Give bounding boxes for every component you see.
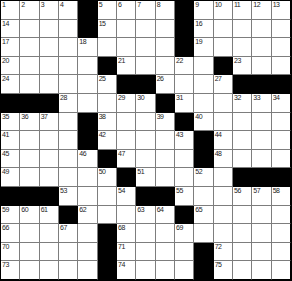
black-square-r2c5: [78, 20, 97, 39]
cell-r13c10[interactable]: 69: [175, 224, 194, 243]
cell-r6c12[interactable]: [214, 94, 233, 113]
cell-r9c2[interactable]: [20, 150, 39, 169]
clue-number-46: 46: [79, 150, 86, 158]
clue-number-52: 52: [195, 168, 202, 176]
cell-r6c15[interactable]: 34: [272, 94, 291, 113]
cell-r4c5[interactable]: [78, 57, 97, 76]
cell-r4c13[interactable]: 23: [233, 57, 252, 76]
cell-r2c11[interactable]: 16: [194, 20, 213, 39]
cell-r14c15[interactable]: [272, 243, 291, 262]
cell-r7c4[interactable]: [59, 113, 78, 132]
clue-number-3: 3: [41, 1, 44, 9]
cell-r10c6[interactable]: 50: [98, 168, 117, 187]
cell-r6c7[interactable]: 29: [117, 94, 136, 113]
cell-r8c2[interactable]: [20, 131, 39, 150]
cell-r2c1[interactable]: 14: [1, 20, 20, 39]
cell-r13c5[interactable]: [78, 224, 97, 243]
clue-number-19: 19: [195, 38, 202, 46]
clue-number-27: 27: [215, 75, 222, 83]
black-square-r5c8: [136, 75, 155, 94]
cell-r13c7[interactable]: 68: [117, 224, 136, 243]
cell-r13c2[interactable]: [20, 224, 39, 243]
cell-r3c3[interactable]: [40, 38, 59, 57]
cell-r15c9[interactable]: [156, 261, 175, 280]
cell-r5c6[interactable]: 25: [98, 75, 117, 94]
black-square-r3c10: [175, 38, 194, 57]
clue-number-1: 1: [2, 1, 5, 9]
cell-r15c8[interactable]: [136, 261, 155, 280]
cell-r8c10[interactable]: 43: [175, 131, 194, 150]
clue-number-33: 33: [253, 94, 260, 102]
cell-r14c7[interactable]: 71: [117, 243, 136, 262]
clue-number-30: 30: [137, 94, 144, 102]
clue-number-39: 39: [157, 113, 164, 121]
black-square-r6c9: [156, 94, 175, 113]
cell-r2c4[interactable]: [59, 20, 78, 39]
crossword-grid: 1234567891011121314151617181920212223242…: [0, 0, 292, 281]
black-square-r11c2: [20, 187, 39, 206]
clue-number-68: 68: [118, 224, 125, 232]
clue-number-51: 51: [137, 168, 144, 176]
cell-r6c4[interactable]: 28: [59, 94, 78, 113]
cell-r9c13[interactable]: [233, 150, 252, 169]
clue-number-41: 41: [2, 131, 9, 139]
cell-r11c7[interactable]: 54: [117, 187, 136, 206]
cell-r1c2[interactable]: 2: [20, 1, 39, 20]
cell-r10c12[interactable]: [214, 168, 233, 187]
cell-r4c10[interactable]: 22: [175, 57, 194, 76]
clue-number-67: 67: [60, 224, 67, 232]
cell-r15c3[interactable]: [40, 261, 59, 280]
cell-r13c11[interactable]: [194, 224, 213, 243]
cell-r4c4[interactable]: [59, 57, 78, 76]
cell-r14c12[interactable]: 72: [214, 243, 233, 262]
clue-number-34: 34: [273, 94, 280, 102]
cell-r14c14[interactable]: [252, 243, 271, 262]
clue-number-4: 4: [60, 1, 63, 9]
cell-r14c4[interactable]: [59, 243, 78, 262]
clue-number-74: 74: [118, 261, 125, 269]
clue-number-43: 43: [176, 131, 183, 139]
clue-number-72: 72: [215, 243, 222, 251]
cell-r13c9[interactable]: [156, 224, 175, 243]
black-square-r5c15: [272, 75, 291, 94]
clue-number-63: 63: [137, 206, 144, 214]
black-square-r12c10: [175, 206, 194, 225]
cell-r15c12[interactable]: 75: [214, 261, 233, 280]
cell-r10c8[interactable]: 51: [136, 168, 155, 187]
clue-number-7: 7: [137, 1, 140, 9]
cell-r15c4[interactable]: [59, 261, 78, 280]
cell-r15c10[interactable]: [175, 261, 194, 280]
black-square-r15c6: [98, 261, 117, 280]
cell-r7c14[interactable]: [252, 113, 271, 132]
cell-r10c5[interactable]: [78, 168, 97, 187]
cell-r11c11[interactable]: [194, 187, 213, 206]
cell-r3c1[interactable]: 17: [1, 38, 20, 57]
clue-number-57: 57: [253, 187, 260, 195]
cell-r5c1[interactable]: 24: [1, 75, 20, 94]
cell-r9c15[interactable]: [272, 150, 291, 169]
cell-r1c14[interactable]: 12: [252, 1, 271, 20]
cell-r6c14[interactable]: 33: [252, 94, 271, 113]
cell-r15c7[interactable]: 74: [117, 261, 136, 280]
cell-r9c4[interactable]: [59, 150, 78, 169]
black-square-r7c5: [78, 113, 97, 132]
clue-number-70: 70: [2, 243, 9, 251]
cell-r8c8[interactable]: [136, 131, 155, 150]
cell-r5c11[interactable]: [194, 75, 213, 94]
cell-r13c8[interactable]: [136, 224, 155, 243]
black-square-r9c6: [98, 150, 117, 169]
cell-r5c9[interactable]: 26: [156, 75, 175, 94]
clue-number-32: 32: [234, 94, 241, 102]
cell-r12c7[interactable]: [117, 206, 136, 225]
cell-r8c1[interactable]: 41: [1, 131, 20, 150]
cell-r2c6[interactable]: 15: [98, 20, 117, 39]
cell-r7c7[interactable]: [117, 113, 136, 132]
cell-r14c3[interactable]: [40, 243, 59, 262]
cell-r15c2[interactable]: [20, 261, 39, 280]
cell-r12c3[interactable]: 61: [40, 206, 59, 225]
black-square-r14c6: [98, 243, 117, 262]
cell-r7c9[interactable]: 39: [156, 113, 175, 132]
clue-number-14: 14: [2, 20, 9, 28]
cell-r5c4[interactable]: [59, 75, 78, 94]
cell-r3c6[interactable]: [98, 38, 117, 57]
cell-r13c4[interactable]: 67: [59, 224, 78, 243]
cell-r12c9[interactable]: 64: [156, 206, 175, 225]
clue-number-58: 58: [273, 187, 280, 195]
cell-r10c9[interactable]: [156, 168, 175, 187]
black-square-r11c1: [1, 187, 20, 206]
cell-r10c4[interactable]: [59, 168, 78, 187]
black-square-r11c9: [156, 187, 175, 206]
black-square-r14c11: [194, 243, 213, 262]
cell-r14c10[interactable]: [175, 243, 194, 262]
cell-r7c8[interactable]: [136, 113, 155, 132]
cell-r11c6[interactable]: [98, 187, 117, 206]
cell-r7c15[interactable]: [272, 113, 291, 132]
black-square-r10c14: [252, 168, 271, 187]
clue-number-36: 36: [21, 113, 28, 121]
cell-r10c10[interactable]: [175, 168, 194, 187]
clue-number-8: 8: [157, 1, 160, 9]
black-square-r8c5: [78, 131, 97, 150]
cell-r5c2[interactable]: [20, 75, 39, 94]
cell-r9c1[interactable]: 45: [1, 150, 20, 169]
cell-r15c14[interactable]: [252, 261, 271, 280]
cell-r13c3[interactable]: [40, 224, 59, 243]
cell-r6c11[interactable]: [194, 94, 213, 113]
clue-number-62: 62: [79, 206, 86, 214]
cell-r2c2[interactable]: [20, 20, 39, 39]
cell-r12c13[interactable]: [233, 206, 252, 225]
cell-r14c8[interactable]: [136, 243, 155, 262]
cell-r8c6[interactable]: 42: [98, 131, 117, 150]
cell-r4c9[interactable]: [156, 57, 175, 76]
cell-r1c4[interactable]: 4: [59, 1, 78, 20]
cell-r11c12[interactable]: [214, 187, 233, 206]
black-square-r1c5: [78, 1, 97, 20]
black-square-r11c8: [136, 187, 155, 206]
clue-number-29: 29: [118, 94, 125, 102]
clue-number-54: 54: [118, 187, 125, 195]
clue-number-18: 18: [79, 38, 86, 46]
cell-r9c7[interactable]: 47: [117, 150, 136, 169]
cell-r7c6[interactable]: 38: [98, 113, 117, 132]
clue-number-16: 16: [195, 20, 202, 28]
cell-r12c12[interactable]: [214, 206, 233, 225]
cell-r4c15[interactable]: [272, 57, 291, 76]
cell-r4c8[interactable]: [136, 57, 155, 76]
clue-number-71: 71: [118, 243, 125, 251]
clue-number-59: 59: [2, 206, 9, 214]
cell-r7c2[interactable]: 36: [20, 113, 39, 132]
black-square-r2c10: [175, 20, 194, 39]
cell-r14c2[interactable]: [20, 243, 39, 262]
cell-r7c11[interactable]: 40: [194, 113, 213, 132]
cell-r11c15[interactable]: 58: [272, 187, 291, 206]
cell-r12c2[interactable]: 60: [20, 206, 39, 225]
cell-r3c5[interactable]: 18: [78, 38, 97, 57]
cell-r2c15[interactable]: [272, 20, 291, 39]
cell-r5c10[interactable]: [175, 75, 194, 94]
cell-r3c14[interactable]: [252, 38, 271, 57]
cell-r3c2[interactable]: [20, 38, 39, 57]
clue-number-64: 64: [157, 206, 164, 214]
black-square-r8c11: [194, 131, 213, 150]
clue-number-26: 26: [157, 75, 164, 83]
cell-r3c12[interactable]: [214, 38, 233, 57]
cell-r11c10[interactable]: 55: [175, 187, 194, 206]
clue-number-31: 31: [176, 94, 183, 102]
cell-r7c13[interactable]: [233, 113, 252, 132]
cell-r4c3[interactable]: [40, 57, 59, 76]
clue-number-10: 10: [215, 1, 222, 9]
clue-number-45: 45: [2, 150, 9, 158]
clue-number-23: 23: [234, 57, 241, 65]
clue-number-61: 61: [41, 206, 48, 214]
clue-number-66: 66: [2, 224, 9, 232]
cell-r14c9[interactable]: [156, 243, 175, 262]
clue-number-53: 53: [60, 187, 67, 195]
black-square-r6c1: [1, 94, 20, 113]
cell-r9c5[interactable]: 46: [78, 150, 97, 169]
cell-r1c1[interactable]: 1: [1, 1, 20, 20]
cell-r2c14[interactable]: [252, 20, 271, 39]
cell-r2c7[interactable]: [117, 20, 136, 39]
clue-number-5: 5: [99, 1, 102, 9]
cell-r3c11[interactable]: 19: [194, 38, 213, 57]
cell-r3c15[interactable]: [272, 38, 291, 57]
clue-number-69: 69: [176, 224, 183, 232]
clue-number-20: 20: [2, 57, 9, 65]
clue-number-15: 15: [99, 20, 106, 28]
black-square-r6c3: [40, 94, 59, 113]
cell-r4c1[interactable]: 20: [1, 57, 20, 76]
black-square-r5c14: [252, 75, 271, 94]
clue-number-38: 38: [99, 113, 106, 121]
cell-r2c9[interactable]: [156, 20, 175, 39]
cell-r7c1[interactable]: 35: [1, 113, 20, 132]
clue-number-13: 13: [273, 1, 280, 9]
cell-r1c6[interactable]: 5: [98, 1, 117, 20]
cell-r13c15[interactable]: [272, 224, 291, 243]
clue-number-47: 47: [118, 150, 125, 158]
cell-r5c5[interactable]: [78, 75, 97, 94]
cell-r3c9[interactable]: [156, 38, 175, 57]
cell-r10c1[interactable]: 49: [1, 168, 20, 187]
clue-number-44: 44: [215, 131, 222, 139]
cell-r3c8[interactable]: [136, 38, 155, 57]
clue-number-21: 21: [118, 57, 125, 65]
cell-r2c13[interactable]: [233, 20, 252, 39]
cell-r11c5[interactable]: [78, 187, 97, 206]
clue-number-11: 11: [234, 1, 240, 9]
cell-r11c4[interactable]: 53: [59, 187, 78, 206]
clue-number-12: 12: [253, 1, 260, 9]
black-square-r5c7: [117, 75, 136, 94]
cell-r12c8[interactable]: 63: [136, 206, 155, 225]
clue-number-6: 6: [118, 1, 121, 9]
cell-r9c9[interactable]: [156, 150, 175, 169]
cell-r1c8[interactable]: 7: [136, 1, 155, 20]
cell-r5c3[interactable]: [40, 75, 59, 94]
clue-number-75: 75: [215, 261, 222, 269]
cell-r10c3[interactable]: [40, 168, 59, 187]
cell-r12c6[interactable]: [98, 206, 117, 225]
clue-number-60: 60: [21, 206, 28, 214]
clue-number-25: 25: [99, 75, 106, 83]
cell-r8c9[interactable]: [156, 131, 175, 150]
black-square-r10c13: [233, 168, 252, 187]
cell-r8c15[interactable]: [272, 131, 291, 150]
cell-r6c13[interactable]: 32: [233, 94, 252, 113]
clue-number-24: 24: [2, 75, 9, 83]
clue-number-56: 56: [234, 187, 241, 195]
clue-number-37: 37: [41, 113, 48, 121]
black-square-r11c3: [40, 187, 59, 206]
cell-r3c7[interactable]: [117, 38, 136, 57]
cell-r6c10[interactable]: 31: [175, 94, 194, 113]
black-square-r4c6: [98, 57, 117, 76]
cell-r9c3[interactable]: [40, 150, 59, 169]
cell-r3c13[interactable]: [233, 38, 252, 57]
cell-r5c12[interactable]: 27: [214, 75, 233, 94]
cell-r11c13[interactable]: 56: [233, 187, 252, 206]
cell-r9c12[interactable]: 48: [214, 150, 233, 169]
clue-number-73: 73: [2, 261, 9, 269]
cell-r7c12[interactable]: [214, 113, 233, 132]
cell-r6c6[interactable]: [98, 94, 117, 113]
cell-r4c2[interactable]: [20, 57, 39, 76]
cell-r8c7[interactable]: [117, 131, 136, 150]
cell-r2c12[interactable]: [214, 20, 233, 39]
clue-number-65: 65: [195, 206, 202, 214]
black-square-r12c4: [59, 206, 78, 225]
black-square-r10c7: [117, 168, 136, 187]
cell-r8c12[interactable]: 44: [214, 131, 233, 150]
cell-r6c5[interactable]: [78, 94, 97, 113]
cell-r8c4[interactable]: [59, 131, 78, 150]
clue-number-22: 22: [176, 57, 183, 65]
cell-r10c11[interactable]: 52: [194, 168, 213, 187]
clue-number-2: 2: [21, 1, 24, 9]
cell-r13c14[interactable]: [252, 224, 271, 243]
clue-number-42: 42: [99, 131, 106, 139]
black-square-r13c6: [98, 224, 117, 243]
black-square-r1c10: [175, 1, 194, 20]
cell-r9c14[interactable]: [252, 150, 271, 169]
cell-r15c15[interactable]: [272, 261, 291, 280]
cell-r13c12[interactable]: [214, 224, 233, 243]
cell-r8c3[interactable]: [40, 131, 59, 150]
cell-r9c8[interactable]: [136, 150, 155, 169]
cell-r1c3[interactable]: 3: [40, 1, 59, 20]
cell-r9c10[interactable]: [175, 150, 194, 169]
cell-r4c7[interactable]: 21: [117, 57, 136, 76]
cell-r1c13[interactable]: 11: [233, 1, 252, 20]
cell-r11c14[interactable]: 57: [252, 187, 271, 206]
black-square-r10c15: [272, 168, 291, 187]
cell-r12c1[interactable]: 59: [1, 206, 20, 225]
clue-number-17: 17: [2, 38, 9, 46]
cell-r2c3[interactable]: [40, 20, 59, 39]
cell-r1c15[interactable]: 13: [272, 1, 291, 20]
cell-r12c11[interactable]: 65: [194, 206, 213, 225]
clue-number-35: 35: [2, 113, 9, 121]
clue-number-48: 48: [215, 150, 222, 158]
cell-r14c1[interactable]: 70: [1, 243, 20, 262]
clue-number-28: 28: [60, 94, 67, 102]
black-square-r6c2: [20, 94, 39, 113]
cell-r14c5[interactable]: [78, 243, 97, 262]
cell-r14c13[interactable]: [233, 243, 252, 262]
cell-r8c13[interactable]: [233, 131, 252, 150]
cell-r15c5[interactable]: [78, 261, 97, 280]
cell-r12c5[interactable]: 62: [78, 206, 97, 225]
cell-r1c12[interactable]: 10: [214, 1, 233, 20]
cell-r3c4[interactable]: [59, 38, 78, 57]
cell-r4c14[interactable]: [252, 57, 271, 76]
cell-r12c15[interactable]: [272, 206, 291, 225]
cell-r12c14[interactable]: [252, 206, 271, 225]
cell-r1c7[interactable]: 6: [117, 1, 136, 20]
cell-r1c9[interactable]: 8: [156, 1, 175, 20]
cell-r1c11[interactable]: 9: [194, 1, 213, 20]
cell-r15c13[interactable]: [233, 261, 252, 280]
cell-r2c8[interactable]: [136, 20, 155, 39]
cell-r15c1[interactable]: 73: [1, 261, 20, 280]
cell-r7c3[interactable]: 37: [40, 113, 59, 132]
black-square-r15c11: [194, 261, 213, 280]
clue-number-50: 50: [99, 168, 106, 176]
cell-r13c13[interactable]: [233, 224, 252, 243]
clue-number-40: 40: [195, 113, 202, 121]
cell-r10c2[interactable]: [20, 168, 39, 187]
black-square-r7c10: [175, 113, 194, 132]
cell-r8c14[interactable]: [252, 131, 271, 150]
cell-r13c1[interactable]: 66: [1, 224, 20, 243]
cell-r6c8[interactable]: 30: [136, 94, 155, 113]
black-square-r5c13: [233, 75, 252, 94]
black-square-r4c12: [214, 57, 233, 76]
clue-number-9: 9: [195, 1, 198, 9]
clue-number-49: 49: [2, 168, 9, 176]
clue-number-55: 55: [176, 187, 183, 195]
cell-r4c11[interactable]: [194, 57, 213, 76]
